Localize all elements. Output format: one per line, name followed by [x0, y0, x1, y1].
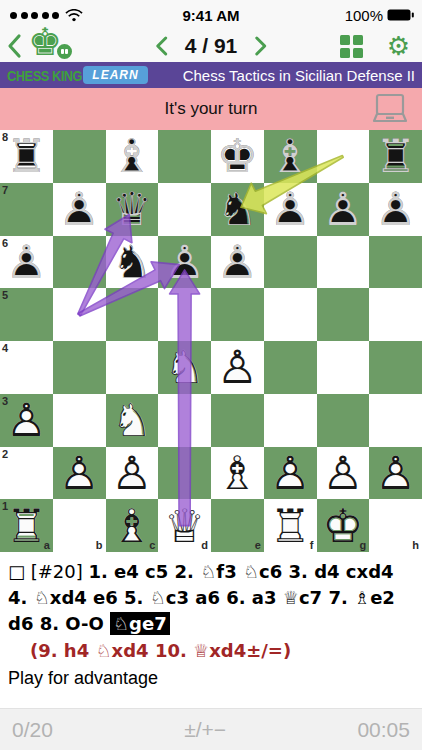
square-d6[interactable]: ♟♙: [158, 236, 211, 289]
square-c3[interactable]: ♞♘: [106, 394, 159, 447]
brand-bar: CHESS KING LEARN Chess Tactics in Sicili…: [0, 62, 422, 88]
square-f2[interactable]: ♟♙: [264, 447, 317, 500]
rank-label: 3: [2, 396, 8, 407]
square-g6[interactable]: [317, 236, 370, 289]
chess-board: 8♜♖♝♗♚♔♝♗♜♖7♟♙♛♕♞♘♟♙♟♙♟♙6♟♙♞♘♟♙♟♙54♞♘♟♙3…: [0, 130, 422, 552]
file-label: f: [310, 540, 314, 551]
square-e5[interactable]: [211, 288, 264, 341]
square-e3[interactable]: [211, 394, 264, 447]
square-h2[interactable]: ♟♙: [369, 447, 422, 500]
square-d1[interactable]: d♛♕: [158, 499, 211, 552]
goal-evaluation: ±/+−: [184, 718, 226, 742]
chess-king-logo[interactable]: ♚: [28, 20, 74, 64]
file-label: b: [96, 540, 103, 551]
square-h6[interactable]: [369, 236, 422, 289]
square-a1[interactable]: 1a♜♖: [0, 499, 53, 552]
file-label: h: [412, 540, 419, 551]
white-pawn: ♟♙: [53, 447, 106, 500]
turn-message: It's your turn: [164, 99, 257, 119]
puzzle-grid-button[interactable]: [340, 35, 363, 58]
current-move-highlight[interactable]: ♘ge7: [110, 612, 170, 635]
task-instruction: Play for advantage: [8, 665, 414, 691]
black-bishop: ♝♗: [264, 130, 317, 183]
square-d7[interactable]: [158, 183, 211, 236]
square-h8[interactable]: ♜♖: [369, 130, 422, 183]
square-d8[interactable]: [158, 130, 211, 183]
black-rook: ♜♖: [369, 130, 422, 183]
square-f5[interactable]: [264, 288, 317, 341]
white-pawn: ♟♙: [106, 447, 159, 500]
square-g1[interactable]: g♚♔: [317, 499, 370, 552]
back-button[interactable]: [6, 33, 22, 59]
black-pawn: ♟♙: [158, 236, 211, 289]
rank-label: 2: [2, 449, 8, 460]
square-h1[interactable]: h: [369, 499, 422, 552]
square-h5[interactable]: [369, 288, 422, 341]
square-g7[interactable]: ♟♙: [317, 183, 370, 236]
rank-label: 1: [2, 501, 8, 512]
square-g4[interactable]: [317, 341, 370, 394]
file-label: g: [360, 540, 367, 551]
white-pawn: ♟♙: [369, 447, 422, 500]
square-b8[interactable]: [53, 130, 106, 183]
square-h4[interactable]: [369, 341, 422, 394]
black-knight: ♞♘: [211, 183, 264, 236]
square-c8[interactable]: ♝♗: [106, 130, 159, 183]
square-c5[interactable]: [106, 288, 159, 341]
puzzle-label: □ [#20]: [8, 561, 88, 582]
square-h3[interactable]: [369, 394, 422, 447]
square-d5[interactable]: [158, 288, 211, 341]
square-d2[interactable]: [158, 447, 211, 500]
rank-label: 6: [2, 238, 8, 249]
square-d3[interactable]: [158, 394, 211, 447]
black-queen: ♛♕: [106, 183, 159, 236]
nav-bar: ♚ 4 / 91 ⚙: [0, 30, 422, 62]
square-b1[interactable]: b: [53, 499, 106, 552]
square-g5[interactable]: [317, 288, 370, 341]
white-knight: ♞♘: [106, 394, 159, 447]
footer-bar: 0/20 ±/+− 00:05: [0, 708, 422, 750]
course-title: Chess Tactics in Sicilian Defense II: [183, 67, 415, 84]
square-c2[interactable]: ♟♙: [106, 447, 159, 500]
square-b3[interactable]: [53, 394, 106, 447]
rank-label: 7: [2, 185, 8, 196]
black-pawn: ♟♙: [317, 183, 370, 236]
black-pawn: ♟♙: [264, 183, 317, 236]
move-notation: □ [#20] 1. e4 c5 2. ♘f3 ♘c6 3. d4 cxd4 4…: [0, 552, 422, 691]
square-f1[interactable]: f♜♖: [264, 499, 317, 552]
square-c1[interactable]: c♝♗: [106, 499, 159, 552]
white-rook: ♜♖: [264, 499, 317, 552]
square-d4[interactable]: ♞♘: [158, 341, 211, 394]
file-label: d: [201, 540, 208, 551]
variation-line[interactable]: (9. h4 ♘xd4 10. ♕xd4±/=): [30, 638, 414, 664]
square-e7[interactable]: ♞♘: [211, 183, 264, 236]
move-list: □ [#20] 1. e4 c5 2. ♘f3 ♘c6 3. d4 cxd4 4…: [8, 559, 414, 637]
black-pawn: ♟♙: [211, 236, 264, 289]
square-f7[interactable]: ♟♙: [264, 183, 317, 236]
black-bishop: ♝♗: [106, 130, 159, 183]
square-a7[interactable]: 7: [0, 183, 53, 236]
square-a2[interactable]: 2: [0, 447, 53, 500]
logo-badge-icon: [55, 42, 74, 61]
square-a5[interactable]: 5: [0, 288, 53, 341]
black-pawn: ♟♙: [369, 183, 422, 236]
square-b4[interactable]: [53, 341, 106, 394]
square-g3[interactable]: [317, 394, 370, 447]
square-b5[interactable]: [53, 288, 106, 341]
square-a8[interactable]: 8♜♖: [0, 130, 53, 183]
square-b6[interactable]: [53, 236, 106, 289]
next-puzzle-button[interactable]: [253, 35, 267, 57]
brand-name: CHESS KING: [7, 67, 82, 84]
square-f3[interactable]: [264, 394, 317, 447]
square-e2[interactable]: ♝♗: [211, 447, 264, 500]
square-a4[interactable]: 4: [0, 341, 53, 394]
black-pawn: ♟♙: [53, 183, 106, 236]
white-pawn: ♟♙: [317, 447, 370, 500]
file-label: e: [255, 540, 261, 551]
rank-label: 4: [2, 343, 8, 354]
score-counter: 0/20: [12, 718, 53, 742]
white-bishop: ♝♗: [211, 447, 264, 500]
square-c4[interactable]: [106, 341, 159, 394]
square-a6[interactable]: 6♟♙: [0, 236, 53, 289]
square-b7[interactable]: ♟♙: [53, 183, 106, 236]
file-label: a: [44, 540, 50, 551]
rank-label: 5: [2, 290, 8, 301]
white-pawn: ♟♙: [211, 341, 264, 394]
learn-badge: LEARN: [83, 66, 147, 84]
square-f6[interactable]: [264, 236, 317, 289]
square-c7[interactable]: ♛♕: [106, 183, 159, 236]
square-g2[interactable]: ♟♙: [317, 447, 370, 500]
square-c6[interactable]: ♞♘: [106, 236, 159, 289]
square-f4[interactable]: [264, 341, 317, 394]
rank-label: 8: [2, 132, 8, 143]
white-pawn: ♟♙: [264, 447, 317, 500]
app-screen: 9:41 AM 100% ♚ 4 / 91: [0, 0, 422, 750]
square-g8[interactable]: [317, 130, 370, 183]
black-king: ♚♔: [211, 130, 264, 183]
file-label: c: [149, 540, 155, 551]
settings-gear-button[interactable]: ⚙: [387, 33, 410, 59]
turn-prompt-bar: It's your turn: [0, 88, 422, 130]
puzzle-counter[interactable]: 4 / 91: [185, 34, 238, 58]
white-knight: ♞♘: [158, 341, 211, 394]
square-e1[interactable]: e: [211, 499, 264, 552]
square-h7[interactable]: ♟♙: [369, 183, 422, 236]
elapsed-timer: 00:05: [357, 718, 410, 742]
computer-analysis-icon[interactable]: [368, 93, 412, 126]
square-e4[interactable]: ♟♙: [211, 341, 264, 394]
prev-puzzle-button[interactable]: [155, 35, 169, 57]
square-f8[interactable]: ♝♗: [264, 130, 317, 183]
puzzle-pager: 4 / 91: [155, 34, 268, 58]
square-b2[interactable]: ♟♙: [53, 447, 106, 500]
black-knight: ♞♘: [106, 236, 159, 289]
square-a3[interactable]: 3♟♙: [0, 394, 53, 447]
square-e6[interactable]: ♟♙: [211, 236, 264, 289]
square-e8[interactable]: ♚♔: [211, 130, 264, 183]
